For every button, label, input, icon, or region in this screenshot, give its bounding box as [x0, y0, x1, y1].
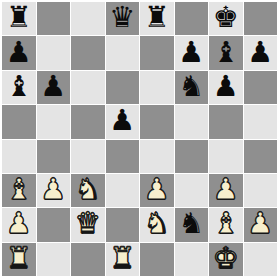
- square-f8[interactable]: [175, 2, 209, 35]
- square-b6[interactable]: ♟: [37, 71, 71, 104]
- square-h2[interactable]: ♟: [244, 208, 278, 241]
- white-knight-e2[interactable]: ♞: [144, 209, 170, 238]
- square-d3[interactable]: [106, 174, 140, 207]
- square-h6[interactable]: [244, 71, 278, 104]
- black-knight-f2[interactable]: ♞: [178, 209, 204, 238]
- square-g8[interactable]: ♚: [209, 2, 243, 35]
- square-a7[interactable]: ♟: [2, 36, 36, 69]
- square-e1[interactable]: [140, 243, 174, 276]
- square-f5[interactable]: [175, 105, 209, 138]
- square-a5[interactable]: [2, 105, 36, 138]
- square-a8[interactable]: ♜: [2, 2, 36, 35]
- black-rook-a8[interactable]: ♜: [6, 3, 32, 32]
- square-c5[interactable]: [71, 105, 105, 138]
- square-d4[interactable]: [106, 140, 140, 173]
- black-rook-e8[interactable]: ♜: [144, 3, 170, 32]
- square-c7[interactable]: [71, 36, 105, 69]
- square-a4[interactable]: [2, 140, 36, 173]
- square-c1[interactable]: [71, 243, 105, 276]
- square-d6[interactable]: [106, 71, 140, 104]
- white-pawn-h2[interactable]: ♟: [247, 209, 273, 238]
- square-d8[interactable]: ♛: [106, 2, 140, 35]
- square-d1[interactable]: ♜: [106, 243, 140, 276]
- square-f2[interactable]: ♞: [175, 208, 209, 241]
- square-e6[interactable]: [140, 71, 174, 104]
- square-g4[interactable]: [209, 140, 243, 173]
- black-bishop-g7[interactable]: ♝: [213, 38, 239, 67]
- square-h5[interactable]: [244, 105, 278, 138]
- square-h8[interactable]: [244, 2, 278, 35]
- white-pawn-e3[interactable]: ♟: [144, 175, 170, 204]
- white-rook-a1[interactable]: ♜: [6, 244, 32, 273]
- square-b1[interactable]: [37, 243, 71, 276]
- white-bishop-g2[interactable]: ♝: [213, 209, 239, 238]
- white-knight-c3[interactable]: ♞: [75, 175, 101, 204]
- square-a2[interactable]: ♟: [2, 208, 36, 241]
- square-g2[interactable]: ♝: [209, 208, 243, 241]
- square-e7[interactable]: [140, 36, 174, 69]
- white-king-g1[interactable]: ♚: [213, 244, 239, 273]
- square-e4[interactable]: [140, 140, 174, 173]
- white-rook-d1[interactable]: ♜: [109, 244, 135, 273]
- white-pawn-b3[interactable]: ♟: [40, 175, 66, 204]
- square-b7[interactable]: [37, 36, 71, 69]
- square-g7[interactable]: ♝: [209, 36, 243, 69]
- black-king-g8[interactable]: ♚: [213, 3, 239, 32]
- square-h1[interactable]: [244, 243, 278, 276]
- square-b4[interactable]: [37, 140, 71, 173]
- square-f4[interactable]: [175, 140, 209, 173]
- black-pawn-b6[interactable]: ♟: [40, 72, 66, 101]
- square-c6[interactable]: [71, 71, 105, 104]
- square-g6[interactable]: ♟: [209, 71, 243, 104]
- square-f6[interactable]: ♞: [175, 71, 209, 104]
- square-f3[interactable]: [175, 174, 209, 207]
- square-e8[interactable]: ♜: [140, 2, 174, 35]
- square-h3[interactable]: [244, 174, 278, 207]
- square-a6[interactable]: ♝: [2, 71, 36, 104]
- square-c2[interactable]: ♛: [71, 208, 105, 241]
- square-d7[interactable]: [106, 36, 140, 69]
- square-d5[interactable]: ♟: [106, 105, 140, 138]
- black-bishop-a6[interactable]: ♝: [6, 72, 32, 101]
- white-pawn-g3[interactable]: ♟: [213, 175, 239, 204]
- chess-board: ♜♛♜♚♟♟♝♟♝♟♞♟♟♝♟♞♟♟♟♛♞♞♝♟♜♜♚: [2, 2, 277, 276]
- square-b3[interactable]: ♟: [37, 174, 71, 207]
- square-f7[interactable]: ♟: [175, 36, 209, 69]
- square-a3[interactable]: ♝: [2, 174, 36, 207]
- black-queen-d8[interactable]: ♛: [109, 3, 135, 32]
- square-c3[interactable]: ♞: [71, 174, 105, 207]
- square-b8[interactable]: [37, 2, 71, 35]
- square-c8[interactable]: [71, 2, 105, 35]
- black-pawn-a7[interactable]: ♟: [6, 38, 32, 67]
- white-queen-c2[interactable]: ♛: [75, 209, 101, 238]
- board-frame: ♜♛♜♚♟♟♝♟♝♟♞♟♟♝♟♞♟♟♟♛♞♞♝♟♜♜♚: [0, 0, 279, 278]
- white-bishop-a3[interactable]: ♝: [6, 175, 32, 204]
- square-h7[interactable]: ♟: [244, 36, 278, 69]
- square-e2[interactable]: ♞: [140, 208, 174, 241]
- square-e3[interactable]: ♟: [140, 174, 174, 207]
- white-pawn-a2[interactable]: ♟: [6, 209, 32, 238]
- square-b5[interactable]: [37, 105, 71, 138]
- square-g1[interactable]: ♚: [209, 243, 243, 276]
- square-d2[interactable]: [106, 208, 140, 241]
- square-g3[interactable]: ♟: [209, 174, 243, 207]
- black-pawn-h7[interactable]: ♟: [247, 38, 273, 67]
- square-a1[interactable]: ♜: [2, 243, 36, 276]
- square-e5[interactable]: [140, 105, 174, 138]
- square-b2[interactable]: [37, 208, 71, 241]
- black-pawn-d5[interactable]: ♟: [109, 106, 135, 135]
- square-f1[interactable]: [175, 243, 209, 276]
- square-h4[interactable]: [244, 140, 278, 173]
- square-g5[interactable]: [209, 105, 243, 138]
- black-knight-f6[interactable]: ♞: [178, 72, 204, 101]
- square-c4[interactable]: [71, 140, 105, 173]
- black-pawn-f7[interactable]: ♟: [178, 38, 204, 67]
- black-pawn-g6[interactable]: ♟: [213, 72, 239, 101]
